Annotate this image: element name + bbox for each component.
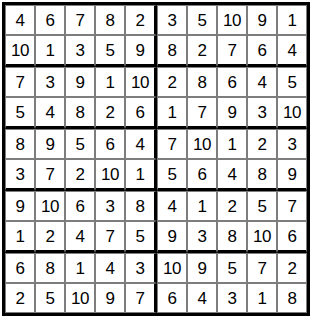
cell-r5c9[interactable]: 2 — [247, 129, 277, 159]
cell-r8c8[interactable]: 8 — [217, 221, 247, 253]
cell-r3c5[interactable]: 10 — [125, 67, 157, 97]
cell-r5c1[interactable]: 8 — [5, 129, 35, 159]
cell-r7c5[interactable]: 8 — [125, 191, 157, 221]
cell-r6c3[interactable]: 2 — [65, 159, 95, 191]
cell-r4c7[interactable]: 7 — [187, 97, 217, 129]
cell-r5c6[interactable]: 7 — [157, 129, 187, 159]
cell-r7c7[interactable]: 1 — [187, 191, 217, 221]
cell-r7c10[interactable]: 7 — [277, 191, 307, 221]
cell-r8c5[interactable]: 5 — [125, 221, 157, 253]
cell-r2c3[interactable]: 3 — [65, 35, 95, 67]
cell-r10c5[interactable]: 7 — [125, 283, 157, 313]
cell-r9c10[interactable]: 2 — [277, 253, 307, 283]
cell-r1c6[interactable]: 3 — [157, 5, 187, 35]
cell-r9c6[interactable]: 10 — [157, 253, 187, 283]
cell-r1c8[interactable]: 10 — [217, 5, 247, 35]
cell-r6c4[interactable]: 10 — [95, 159, 125, 191]
cell-r8c3[interactable]: 4 — [65, 221, 95, 253]
cell-r7c9[interactable]: 5 — [247, 191, 277, 221]
cell-r3c2[interactable]: 3 — [35, 67, 65, 97]
cell-r6c8[interactable]: 4 — [217, 159, 247, 191]
cell-r4c9[interactable]: 3 — [247, 97, 277, 129]
cell-r8c9[interactable]: 10 — [247, 221, 277, 253]
cell-r4c4[interactable]: 2 — [95, 97, 125, 129]
cell-r6c1[interactable]: 3 — [5, 159, 35, 191]
cell-r4c3[interactable]: 8 — [65, 97, 95, 129]
cell-r1c3[interactable]: 7 — [65, 5, 95, 35]
cell-r3c4[interactable]: 1 — [95, 67, 125, 97]
cell-r2c2[interactable]: 1 — [35, 35, 65, 67]
cell-r4c1[interactable]: 5 — [5, 97, 35, 129]
page: 4678235109110135982764739110286455482617… — [0, 0, 312, 320]
cell-r2c6[interactable]: 8 — [157, 35, 187, 67]
cell-r10c2[interactable]: 5 — [35, 283, 65, 313]
cell-r6c6[interactable]: 5 — [157, 159, 187, 191]
cell-r8c2[interactable]: 2 — [35, 221, 65, 253]
cell-r6c7[interactable]: 6 — [187, 159, 217, 191]
cell-r10c1[interactable]: 2 — [5, 283, 35, 313]
cell-r8c4[interactable]: 7 — [95, 221, 125, 253]
cell-r1c5[interactable]: 2 — [125, 5, 157, 35]
cell-r10c8[interactable]: 3 — [217, 283, 247, 313]
cell-r4c10[interactable]: 10 — [277, 97, 307, 129]
cell-r7c4[interactable]: 3 — [95, 191, 125, 221]
cell-r3c6[interactable]: 2 — [157, 67, 187, 97]
cell-r3c10[interactable]: 5 — [277, 67, 307, 97]
cell-r3c9[interactable]: 4 — [247, 67, 277, 97]
cell-r10c7[interactable]: 4 — [187, 283, 217, 313]
cell-r1c2[interactable]: 6 — [35, 5, 65, 35]
cell-r8c7[interactable]: 3 — [187, 221, 217, 253]
cell-r8c6[interactable]: 9 — [157, 221, 187, 253]
cell-r7c1[interactable]: 9 — [5, 191, 35, 221]
cell-r8c10[interactable]: 6 — [277, 221, 307, 253]
cell-r9c4[interactable]: 4 — [95, 253, 125, 283]
cell-r3c1[interactable]: 7 — [5, 67, 35, 97]
cell-r5c5[interactable]: 4 — [125, 129, 157, 159]
cell-r1c1[interactable]: 4 — [5, 5, 35, 35]
cell-r10c3[interactable]: 10 — [65, 283, 95, 313]
cell-r2c10[interactable]: 4 — [277, 35, 307, 67]
cell-r1c9[interactable]: 9 — [247, 5, 277, 35]
cell-r9c9[interactable]: 7 — [247, 253, 277, 283]
cell-r6c9[interactable]: 8 — [247, 159, 277, 191]
cell-r2c5[interactable]: 9 — [125, 35, 157, 67]
cell-r1c10[interactable]: 1 — [277, 5, 307, 35]
cell-r10c9[interactable]: 1 — [247, 283, 277, 313]
cell-r6c5[interactable]: 1 — [125, 159, 157, 191]
cell-r10c6[interactable]: 6 — [157, 283, 187, 313]
cell-r9c2[interactable]: 8 — [35, 253, 65, 283]
cell-r9c3[interactable]: 1 — [65, 253, 95, 283]
cell-r5c8[interactable]: 1 — [217, 129, 247, 159]
cell-r3c3[interactable]: 9 — [65, 67, 95, 97]
cell-r7c3[interactable]: 6 — [65, 191, 95, 221]
cell-r9c5[interactable]: 3 — [125, 253, 157, 283]
cell-r7c6[interactable]: 4 — [157, 191, 187, 221]
cell-r2c9[interactable]: 6 — [247, 35, 277, 67]
cell-r2c7[interactable]: 2 — [187, 35, 217, 67]
cell-r5c3[interactable]: 5 — [65, 129, 95, 159]
cell-r9c8[interactable]: 5 — [217, 253, 247, 283]
cell-r6c2[interactable]: 7 — [35, 159, 65, 191]
sudoku-board: 4678235109110135982764739110286455482617… — [2, 2, 310, 316]
cell-r4c5[interactable]: 6 — [125, 97, 157, 129]
cell-r3c8[interactable]: 6 — [217, 67, 247, 97]
cell-r5c2[interactable]: 9 — [35, 129, 65, 159]
cell-r5c7[interactable]: 10 — [187, 129, 217, 159]
cell-r9c1[interactable]: 6 — [5, 253, 35, 283]
cell-r1c7[interactable]: 5 — [187, 5, 217, 35]
cell-r1c4[interactable]: 8 — [95, 5, 125, 35]
cell-r7c2[interactable]: 10 — [35, 191, 65, 221]
cell-r10c4[interactable]: 9 — [95, 283, 125, 313]
cell-r4c6[interactable]: 1 — [157, 97, 187, 129]
cell-r5c4[interactable]: 6 — [95, 129, 125, 159]
cell-r5c10[interactable]: 3 — [277, 129, 307, 159]
cell-r7c8[interactable]: 2 — [217, 191, 247, 221]
cell-r8c1[interactable]: 1 — [5, 221, 35, 253]
cell-r4c8[interactable]: 9 — [217, 97, 247, 129]
cell-r6c10[interactable]: 9 — [277, 159, 307, 191]
cell-r10c10[interactable]: 8 — [277, 283, 307, 313]
cell-r9c7[interactable]: 9 — [187, 253, 217, 283]
cell-r3c7[interactable]: 8 — [187, 67, 217, 97]
cell-r2c4[interactable]: 5 — [95, 35, 125, 67]
cell-r4c2[interactable]: 4 — [35, 97, 65, 129]
cell-r2c8[interactable]: 7 — [217, 35, 247, 67]
cell-r2c1[interactable]: 10 — [5, 35, 35, 67]
